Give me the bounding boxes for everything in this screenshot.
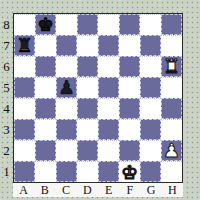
square-c4[interactable] [56, 98, 77, 119]
square-a2[interactable] [14, 140, 35, 161]
square-e5[interactable] [98, 77, 119, 98]
file-label-e: E [98, 183, 119, 197]
square-g3[interactable] [140, 119, 161, 140]
square-g4[interactable] [140, 98, 161, 119]
file-label-h: H [162, 183, 183, 197]
rank-label-7: 7 [0, 35, 13, 56]
chess-board: ♚♜♜♟♟♚ [13, 13, 183, 183]
square-f6[interactable] [119, 56, 140, 77]
square-d3[interactable] [77, 119, 98, 140]
square-a3[interactable] [14, 119, 35, 140]
square-g8[interactable] [140, 14, 161, 35]
square-f3[interactable] [119, 119, 140, 140]
file-label-d: D [77, 183, 98, 197]
file-label-a: A [13, 183, 34, 197]
square-e8[interactable] [98, 14, 119, 35]
square-a1[interactable] [14, 161, 35, 182]
square-f8[interactable] [119, 14, 140, 35]
chess-diagram: 87654321 ♚♜♜♟♟♚ ABCDEFGH [0, 0, 200, 200]
rank-label-6: 6 [0, 56, 13, 77]
square-d7[interactable] [77, 35, 98, 56]
file-label-c: C [56, 183, 77, 197]
rank-labels: 87654321 [0, 14, 13, 182]
file-label-g: G [141, 183, 162, 197]
square-c5[interactable]: ♟ [56, 77, 77, 98]
square-h5[interactable] [161, 77, 182, 98]
rank-label-2: 2 [0, 140, 13, 161]
square-g2[interactable] [140, 140, 161, 161]
square-e4[interactable] [98, 98, 119, 119]
square-d6[interactable] [77, 56, 98, 77]
square-g6[interactable] [140, 56, 161, 77]
white-pawn[interactable]: ♟ [163, 140, 180, 161]
square-h4[interactable] [161, 98, 182, 119]
square-b4[interactable] [35, 98, 56, 119]
square-a4[interactable] [14, 98, 35, 119]
square-e6[interactable] [98, 56, 119, 77]
square-a6[interactable] [14, 56, 35, 77]
square-g1[interactable] [140, 161, 161, 182]
black-rook[interactable]: ♜ [16, 35, 33, 56]
square-f7[interactable] [119, 35, 140, 56]
rank-label-8: 8 [0, 14, 13, 35]
square-a5[interactable] [14, 77, 35, 98]
square-d1[interactable] [77, 161, 98, 182]
square-d4[interactable] [77, 98, 98, 119]
square-h6[interactable]: ♜ [161, 56, 182, 77]
square-h8[interactable] [161, 14, 182, 35]
square-b8[interactable]: ♚ [35, 14, 56, 35]
rank-label-3: 3 [0, 119, 13, 140]
square-d8[interactable] [77, 14, 98, 35]
white-king[interactable]: ♚ [121, 162, 138, 183]
square-g7[interactable] [140, 35, 161, 56]
square-d2[interactable] [77, 140, 98, 161]
rank-label-4: 4 [0, 98, 13, 119]
white-rook[interactable]: ♜ [163, 56, 180, 77]
rank-label-1: 1 [0, 161, 13, 182]
file-label-f: F [119, 183, 140, 197]
black-pawn[interactable]: ♟ [58, 77, 75, 98]
square-e2[interactable] [98, 140, 119, 161]
square-h2[interactable]: ♟ [161, 140, 182, 161]
square-f5[interactable] [119, 77, 140, 98]
file-label-b: B [34, 183, 55, 197]
square-b2[interactable] [35, 140, 56, 161]
black-king[interactable]: ♚ [37, 14, 54, 35]
square-g5[interactable] [140, 77, 161, 98]
square-d5[interactable] [77, 77, 98, 98]
square-c2[interactable] [56, 140, 77, 161]
square-e3[interactable] [98, 119, 119, 140]
square-c3[interactable] [56, 119, 77, 140]
square-b3[interactable] [35, 119, 56, 140]
square-b7[interactable] [35, 35, 56, 56]
square-c7[interactable] [56, 35, 77, 56]
square-h3[interactable] [161, 119, 182, 140]
square-c6[interactable] [56, 56, 77, 77]
square-a7[interactable]: ♜ [14, 35, 35, 56]
square-b1[interactable] [35, 161, 56, 182]
square-f2[interactable] [119, 140, 140, 161]
square-f1[interactable]: ♚ [119, 161, 140, 182]
rank-label-5: 5 [0, 77, 13, 98]
square-b6[interactable] [35, 56, 56, 77]
square-e7[interactable] [98, 35, 119, 56]
square-h7[interactable] [161, 35, 182, 56]
square-e1[interactable] [98, 161, 119, 182]
square-b5[interactable] [35, 77, 56, 98]
square-h1[interactable] [161, 161, 182, 182]
square-f4[interactable] [119, 98, 140, 119]
square-c1[interactable] [56, 161, 77, 182]
square-a8[interactable] [14, 14, 35, 35]
file-labels: ABCDEFGH [13, 183, 183, 197]
square-c8[interactable] [56, 14, 77, 35]
